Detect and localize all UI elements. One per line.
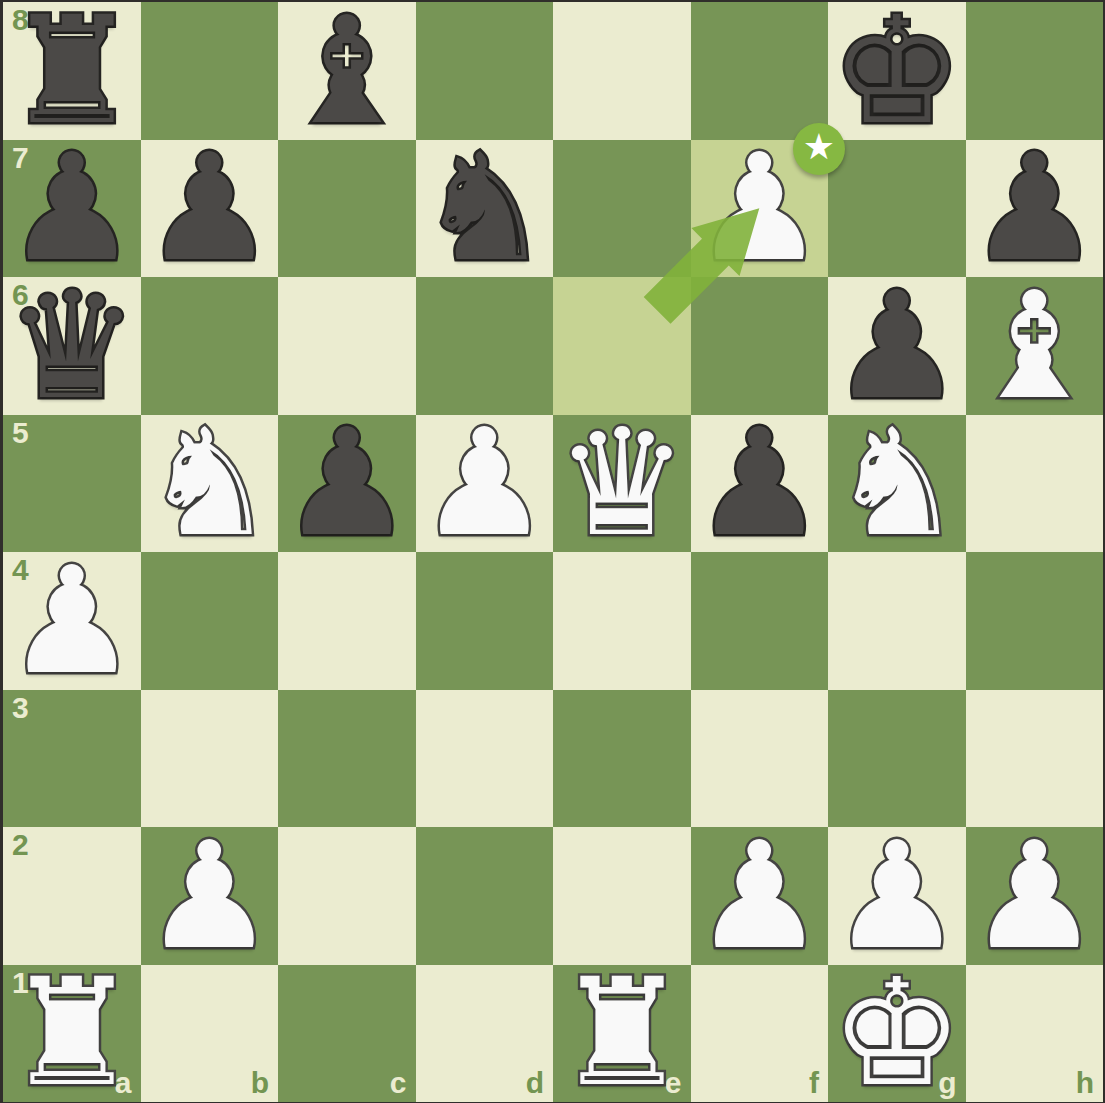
square-e1[interactable]: e♜ bbox=[553, 965, 691, 1103]
file-label-b: b bbox=[251, 1068, 269, 1098]
square-a2[interactable]: 2 bbox=[3, 827, 141, 965]
file-label-f: f bbox=[809, 1068, 819, 1098]
square-g5[interactable]: ♞ bbox=[828, 415, 966, 553]
square-d6[interactable] bbox=[416, 277, 554, 415]
square-b6[interactable] bbox=[141, 277, 279, 415]
black-pawn-b7[interactable]: ♟ bbox=[141, 140, 279, 278]
square-e5[interactable]: ♛ bbox=[553, 415, 691, 553]
square-h2[interactable]: ♟ bbox=[966, 827, 1104, 965]
square-c4[interactable] bbox=[278, 552, 416, 690]
black-knight-d7[interactable]: ♞ bbox=[416, 140, 554, 278]
square-g2[interactable]: ♟ bbox=[828, 827, 966, 965]
square-f3[interactable] bbox=[691, 690, 829, 828]
white-pawn-f2[interactable]: ♟ bbox=[691, 827, 829, 965]
square-a7[interactable]: 7♟ bbox=[3, 140, 141, 278]
white-queen-e5[interactable]: ♛ bbox=[553, 415, 691, 553]
white-pawn-b2[interactable]: ♟ bbox=[141, 827, 279, 965]
white-pawn-g2[interactable]: ♟ bbox=[828, 827, 966, 965]
square-a3[interactable]: 3 bbox=[3, 690, 141, 828]
square-d8[interactable] bbox=[416, 2, 554, 140]
square-f6[interactable] bbox=[691, 277, 829, 415]
square-a5[interactable]: 5 bbox=[3, 415, 141, 553]
square-f2[interactable]: ♟ bbox=[691, 827, 829, 965]
file-label-d: d bbox=[526, 1068, 544, 1098]
square-g3[interactable] bbox=[828, 690, 966, 828]
square-b4[interactable] bbox=[141, 552, 279, 690]
file-label-c: c bbox=[390, 1068, 407, 1098]
square-g7[interactable] bbox=[828, 140, 966, 278]
black-pawn-g6[interactable]: ♟ bbox=[828, 277, 966, 415]
best-move-star-badge: ★ bbox=[793, 123, 845, 175]
square-b7[interactable]: ♟ bbox=[141, 140, 279, 278]
square-d7[interactable]: ♞ bbox=[416, 140, 554, 278]
chess-board[interactable]: 8♜♝♚7♟♟♞♟♟6♛♟♝5♞♟♟♛♟♞4♟32♟♟♟♟1a♜bcde♜fg♚… bbox=[3, 2, 1103, 1102]
square-c5[interactable]: ♟ bbox=[278, 415, 416, 553]
square-e6[interactable] bbox=[553, 277, 691, 415]
square-h4[interactable] bbox=[966, 552, 1104, 690]
black-pawn-a7[interactable]: ♟ bbox=[3, 140, 141, 278]
square-h3[interactable] bbox=[966, 690, 1104, 828]
star-icon: ★ bbox=[803, 129, 835, 165]
square-f8[interactable] bbox=[691, 2, 829, 140]
square-c1[interactable]: c bbox=[278, 965, 416, 1103]
square-c6[interactable] bbox=[278, 277, 416, 415]
white-knight-g5[interactable]: ♞ bbox=[828, 415, 966, 553]
square-c3[interactable] bbox=[278, 690, 416, 828]
square-c7[interactable] bbox=[278, 140, 416, 278]
black-queen-a6[interactable]: ♛ bbox=[3, 277, 141, 415]
square-c8[interactable]: ♝ bbox=[278, 2, 416, 140]
square-e7[interactable] bbox=[553, 140, 691, 278]
square-a4[interactable]: 4♟ bbox=[3, 552, 141, 690]
square-f5[interactable]: ♟ bbox=[691, 415, 829, 553]
square-d5[interactable]: ♟ bbox=[416, 415, 554, 553]
white-knight-b5[interactable]: ♞ bbox=[141, 415, 279, 553]
black-pawn-f5[interactable]: ♟ bbox=[691, 415, 829, 553]
square-e2[interactable] bbox=[553, 827, 691, 965]
black-bishop-c8[interactable]: ♝ bbox=[278, 2, 416, 140]
square-a1[interactable]: 1a♜ bbox=[3, 965, 141, 1103]
square-d4[interactable] bbox=[416, 552, 554, 690]
black-rook-a8[interactable]: ♜ bbox=[3, 2, 141, 140]
white-king-g1[interactable]: ♚ bbox=[828, 965, 966, 1103]
square-e3[interactable] bbox=[553, 690, 691, 828]
square-d3[interactable] bbox=[416, 690, 554, 828]
white-rook-a1[interactable]: ♜ bbox=[3, 965, 141, 1103]
square-f1[interactable]: f bbox=[691, 965, 829, 1103]
square-g6[interactable]: ♟ bbox=[828, 277, 966, 415]
white-pawn-h2[interactable]: ♟ bbox=[966, 827, 1104, 965]
square-a8[interactable]: 8♜ bbox=[3, 2, 141, 140]
square-g1[interactable]: g♚ bbox=[828, 965, 966, 1103]
square-h7[interactable]: ♟ bbox=[966, 140, 1104, 278]
square-d2[interactable] bbox=[416, 827, 554, 965]
square-h6[interactable]: ♝ bbox=[966, 277, 1104, 415]
square-a6[interactable]: 6♛ bbox=[3, 277, 141, 415]
black-pawn-h7[interactable]: ♟ bbox=[966, 140, 1104, 278]
black-king-g8[interactable]: ♚ bbox=[828, 2, 966, 140]
square-d1[interactable]: d bbox=[416, 965, 554, 1103]
square-f4[interactable] bbox=[691, 552, 829, 690]
file-label-h: h bbox=[1076, 1068, 1094, 1098]
white-pawn-a4[interactable]: ♟ bbox=[3, 552, 141, 690]
square-h1[interactable]: h bbox=[966, 965, 1104, 1103]
square-c2[interactable] bbox=[278, 827, 416, 965]
square-e4[interactable] bbox=[553, 552, 691, 690]
white-rook-e1[interactable]: ♜ bbox=[553, 965, 691, 1103]
square-b1[interactable]: b bbox=[141, 965, 279, 1103]
square-g8[interactable]: ♚ bbox=[828, 2, 966, 140]
square-e8[interactable] bbox=[553, 2, 691, 140]
white-bishop-h6[interactable]: ♝ bbox=[966, 277, 1104, 415]
black-pawn-c5[interactable]: ♟ bbox=[278, 415, 416, 553]
white-pawn-d5[interactable]: ♟ bbox=[416, 415, 554, 553]
rank-label-2: 2 bbox=[12, 830, 29, 860]
square-h5[interactable] bbox=[966, 415, 1104, 553]
square-b2[interactable]: ♟ bbox=[141, 827, 279, 965]
square-b8[interactable] bbox=[141, 2, 279, 140]
square-g4[interactable] bbox=[828, 552, 966, 690]
square-b3[interactable] bbox=[141, 690, 279, 828]
square-b5[interactable]: ♞ bbox=[141, 415, 279, 553]
square-h8[interactable] bbox=[966, 2, 1104, 140]
